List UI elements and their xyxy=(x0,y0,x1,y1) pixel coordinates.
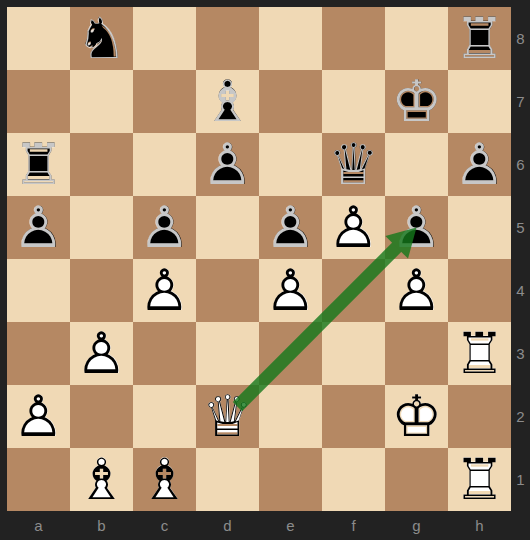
piece-white-pawn[interactable]: ♟ xyxy=(133,259,196,322)
square-h4[interactable] xyxy=(448,259,511,322)
file-label-c: c xyxy=(133,511,196,540)
square-h7[interactable] xyxy=(448,70,511,133)
square-a4[interactable] xyxy=(7,259,70,322)
square-h5[interactable] xyxy=(448,196,511,259)
file-label-a: a xyxy=(7,511,70,540)
piece-black-king[interactable]: ♚ xyxy=(385,70,448,133)
piece-black-pawn[interactable]: ♟ xyxy=(448,133,511,196)
square-e5[interactable]: ♟♙ xyxy=(259,196,322,259)
piece-white-queen-detail: ♕ xyxy=(196,385,259,448)
square-d2[interactable]: ♛♕ xyxy=(196,385,259,448)
square-h8[interactable]: ♜♖ xyxy=(448,7,511,70)
piece-black-queen-detail: ♕ xyxy=(322,133,385,196)
piece-white-pawn[interactable]: ♟ xyxy=(70,322,133,385)
piece-black-king-detail: ♔ xyxy=(385,70,448,133)
square-b7[interactable] xyxy=(70,70,133,133)
rank-label-3: 3 xyxy=(511,322,530,385)
square-c3[interactable] xyxy=(133,322,196,385)
square-b3[interactable]: ♟♙ xyxy=(70,322,133,385)
piece-white-pawn[interactable]: ♟ xyxy=(259,259,322,322)
piece-black-pawn[interactable]: ♟ xyxy=(7,196,70,259)
piece-black-pawn-detail: ♙ xyxy=(385,196,448,259)
rank-label-8: 8 xyxy=(511,7,530,70)
square-g2[interactable]: ♚♔ xyxy=(385,385,448,448)
rank-label-5: 5 xyxy=(511,196,530,259)
square-h3[interactable]: ♜♖ xyxy=(448,322,511,385)
square-b5[interactable] xyxy=(70,196,133,259)
piece-white-king-detail: ♔ xyxy=(385,385,448,448)
square-f5[interactable]: ♟♙ xyxy=(322,196,385,259)
square-c6[interactable] xyxy=(133,133,196,196)
piece-black-pawn-detail: ♙ xyxy=(259,196,322,259)
square-a7[interactable] xyxy=(7,70,70,133)
piece-white-pawn-detail: ♙ xyxy=(133,259,196,322)
piece-white-queen[interactable]: ♛ xyxy=(196,385,259,448)
square-d1[interactable] xyxy=(196,448,259,511)
piece-black-pawn[interactable]: ♟ xyxy=(385,196,448,259)
square-a8[interactable] xyxy=(7,7,70,70)
piece-black-pawn-detail: ♙ xyxy=(448,133,511,196)
square-h6[interactable]: ♟♙ xyxy=(448,133,511,196)
rank-label-1: 1 xyxy=(511,448,530,511)
rank-label-2: 2 xyxy=(511,385,530,448)
square-e4[interactable]: ♟♙ xyxy=(259,259,322,322)
square-g1[interactable] xyxy=(385,448,448,511)
square-d5[interactable] xyxy=(196,196,259,259)
square-d7[interactable]: ♝♗ xyxy=(196,70,259,133)
piece-black-bishop-detail: ♗ xyxy=(196,70,259,133)
square-g7[interactable]: ♚♔ xyxy=(385,70,448,133)
file-label-d: d xyxy=(196,511,259,540)
square-c1[interactable]: ♝♗ xyxy=(133,448,196,511)
square-f6[interactable]: ♛♕ xyxy=(322,133,385,196)
square-f3[interactable] xyxy=(322,322,385,385)
piece-white-bishop-detail: ♗ xyxy=(70,448,133,511)
piece-black-pawn[interactable]: ♟ xyxy=(196,133,259,196)
board-container: ♞♘♜♖♝♗♚♔♜♖♟♙♛♕♟♙♟♙♟♙♟♙♟♙♟♙♟♙♟♙♟♙♟♙♜♖♟♙♛♕… xyxy=(0,0,530,540)
file-label-b: b xyxy=(70,511,133,540)
square-e8[interactable] xyxy=(259,7,322,70)
piece-white-pawn[interactable]: ♟ xyxy=(385,259,448,322)
square-f1[interactable] xyxy=(322,448,385,511)
piece-white-pawn-detail: ♙ xyxy=(70,322,133,385)
piece-black-rook[interactable]: ♜ xyxy=(7,133,70,196)
file-label-f: f xyxy=(322,511,385,540)
file-label-h: h xyxy=(448,511,511,540)
piece-black-queen[interactable]: ♛ xyxy=(322,133,385,196)
square-d3[interactable] xyxy=(196,322,259,385)
square-f8[interactable] xyxy=(322,7,385,70)
rank-label-4: 4 xyxy=(511,259,530,322)
file-label-g: g xyxy=(385,511,448,540)
square-b4[interactable] xyxy=(70,259,133,322)
piece-white-bishop-detail: ♗ xyxy=(133,448,196,511)
square-f4[interactable] xyxy=(322,259,385,322)
chess-board: ♞♘♜♖♝♗♚♔♜♖♟♙♛♕♟♙♟♙♟♙♟♙♟♙♟♙♟♙♟♙♟♙♟♙♜♖♟♙♛♕… xyxy=(7,7,511,511)
square-e3[interactable] xyxy=(259,322,322,385)
piece-white-rook[interactable]: ♜ xyxy=(448,322,511,385)
square-f7[interactable] xyxy=(322,70,385,133)
file-coordinates: abcdefgh xyxy=(7,511,511,540)
piece-black-pawn[interactable]: ♟ xyxy=(259,196,322,259)
square-b8[interactable]: ♞♘ xyxy=(70,7,133,70)
piece-black-rook-detail: ♖ xyxy=(448,7,511,70)
square-a2[interactable]: ♟♙ xyxy=(7,385,70,448)
square-c8[interactable] xyxy=(133,7,196,70)
piece-white-bishop[interactable]: ♝ xyxy=(133,448,196,511)
piece-black-rook[interactable]: ♜ xyxy=(448,7,511,70)
square-a6[interactable]: ♜♖ xyxy=(7,133,70,196)
file-label-e: e xyxy=(259,511,322,540)
square-c5[interactable]: ♟♙ xyxy=(133,196,196,259)
square-h1[interactable]: ♜♖ xyxy=(448,448,511,511)
piece-black-bishop[interactable]: ♝ xyxy=(196,70,259,133)
square-g4[interactable]: ♟♙ xyxy=(385,259,448,322)
piece-white-pawn[interactable]: ♟ xyxy=(322,196,385,259)
piece-white-bishop[interactable]: ♝ xyxy=(70,448,133,511)
square-a3[interactable] xyxy=(7,322,70,385)
piece-black-pawn-detail: ♙ xyxy=(133,196,196,259)
square-c7[interactable] xyxy=(133,70,196,133)
square-b6[interactable] xyxy=(70,133,133,196)
piece-white-rook-detail: ♖ xyxy=(448,448,511,511)
square-d4[interactable] xyxy=(196,259,259,322)
piece-white-pawn-detail: ♙ xyxy=(259,259,322,322)
piece-white-pawn-detail: ♙ xyxy=(7,385,70,448)
piece-black-knight-detail: ♘ xyxy=(70,7,133,70)
piece-white-rook-detail: ♖ xyxy=(448,322,511,385)
square-e1[interactable] xyxy=(259,448,322,511)
piece-white-pawn-detail: ♙ xyxy=(385,259,448,322)
piece-black-pawn-detail: ♙ xyxy=(196,133,259,196)
square-e6[interactable] xyxy=(259,133,322,196)
square-e2[interactable] xyxy=(259,385,322,448)
square-a5[interactable]: ♟♙ xyxy=(7,196,70,259)
square-b2[interactable] xyxy=(70,385,133,448)
square-d6[interactable]: ♟♙ xyxy=(196,133,259,196)
square-g3[interactable] xyxy=(385,322,448,385)
piece-black-pawn-detail: ♙ xyxy=(7,196,70,259)
square-h2[interactable] xyxy=(448,385,511,448)
piece-black-knight[interactable]: ♞ xyxy=(70,7,133,70)
piece-white-pawn[interactable]: ♟ xyxy=(7,385,70,448)
rank-label-6: 6 xyxy=(511,133,530,196)
square-g8[interactable] xyxy=(385,7,448,70)
square-e7[interactable] xyxy=(259,70,322,133)
rank-label-7: 7 xyxy=(511,70,530,133)
square-a1[interactable] xyxy=(7,448,70,511)
piece-white-king[interactable]: ♚ xyxy=(385,385,448,448)
rank-coordinates: 87654321 xyxy=(511,7,530,511)
square-c4[interactable]: ♟♙ xyxy=(133,259,196,322)
square-b1[interactable]: ♝♗ xyxy=(70,448,133,511)
piece-white-rook[interactable]: ♜ xyxy=(448,448,511,511)
piece-black-rook-detail: ♖ xyxy=(7,133,70,196)
square-d8[interactable] xyxy=(196,7,259,70)
piece-black-pawn[interactable]: ♟ xyxy=(133,196,196,259)
square-g5[interactable]: ♟♙ xyxy=(385,196,448,259)
square-g6[interactable] xyxy=(385,133,448,196)
square-f2[interactable] xyxy=(322,385,385,448)
piece-white-pawn-detail: ♙ xyxy=(322,196,385,259)
square-c2[interactable] xyxy=(133,385,196,448)
